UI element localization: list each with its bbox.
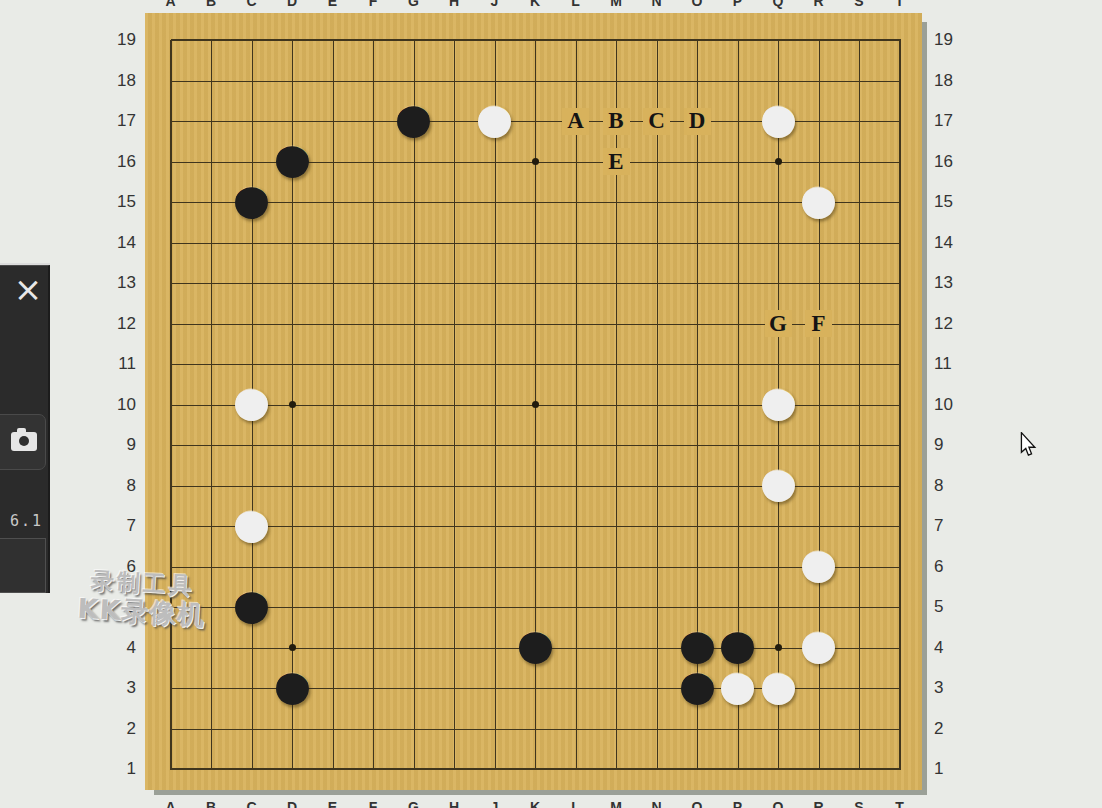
- coord-label-left: 11: [108, 354, 136, 374]
- white-stone-glyph: ●: [762, 388, 795, 420]
- white-stone-glyph: ●: [762, 105, 795, 137]
- coord-label-top: N: [646, 0, 668, 9]
- star-point: [775, 644, 782, 651]
- coord-label-top: M: [605, 0, 627, 9]
- coord-label-right: 14: [934, 233, 962, 253]
- coord-label-bottom: T: [889, 799, 911, 808]
- coord-label-top: K: [524, 0, 546, 9]
- coord-label-top: R: [808, 0, 830, 9]
- white-stone[interactable]: ●: [762, 105, 795, 138]
- grid-line: [171, 526, 901, 527]
- white-stone[interactable]: ●: [235, 510, 268, 543]
- black-stone-glyph: ●: [681, 672, 714, 704]
- coord-label-bottom: M: [605, 799, 627, 808]
- coord-label-bottom: D: [281, 799, 303, 808]
- coord-label-right: 15: [934, 192, 962, 212]
- white-stone[interactable]: ●: [802, 550, 835, 583]
- coord-label-left: 14: [108, 233, 136, 253]
- coord-label-right: 13: [934, 273, 962, 293]
- coord-label-top: F: [362, 0, 384, 9]
- black-stone[interactable]: ●: [397, 105, 430, 138]
- coord-label-top: Q: [767, 0, 789, 9]
- variation-label[interactable]: D: [684, 108, 711, 135]
- grid-line: [171, 445, 901, 446]
- white-stone-glyph: ●: [802, 550, 835, 582]
- coord-label-bottom: G: [403, 799, 425, 808]
- coord-label-top: P: [727, 0, 749, 9]
- coord-label-bottom: N: [646, 799, 668, 808]
- coord-label-bottom: Q: [767, 799, 789, 808]
- coord-label-right: 10: [934, 395, 962, 415]
- coord-label-left: 16: [108, 152, 136, 172]
- white-stone[interactable]: ●: [235, 388, 268, 421]
- coord-label-top: D: [281, 0, 303, 9]
- grid-line: [171, 729, 901, 730]
- coord-label-left: 1: [108, 759, 136, 779]
- coord-label-right: 16: [934, 152, 962, 172]
- black-stone[interactable]: ●: [235, 186, 268, 219]
- coord-label-left: 2: [108, 719, 136, 739]
- black-stone[interactable]: ●: [235, 591, 268, 624]
- grid-line: [899, 40, 901, 770]
- white-stone[interactable]: ●: [762, 469, 795, 502]
- white-stone[interactable]: ●: [478, 105, 511, 138]
- grid-line: [657, 40, 658, 770]
- coord-label-bottom: P: [727, 799, 749, 808]
- coord-label-top: E: [322, 0, 344, 9]
- screenshot-camera-button[interactable]: [0, 414, 46, 470]
- black-stone-glyph: ●: [276, 672, 309, 704]
- white-stone-glyph: ●: [235, 388, 268, 420]
- coord-label-left: 8: [108, 476, 136, 496]
- grid-line: [171, 768, 901, 770]
- coord-label-bottom: R: [808, 799, 830, 808]
- coord-label-top: T: [889, 0, 911, 9]
- coord-label-right: 4: [934, 638, 962, 658]
- coord-label-right: 3: [934, 678, 962, 698]
- camera-icon: [11, 432, 37, 451]
- coord-label-right: 2: [934, 719, 962, 739]
- white-stone-glyph: ●: [478, 105, 511, 137]
- white-stone[interactable]: ●: [762, 388, 795, 421]
- coord-label-top: H: [443, 0, 465, 9]
- grid-line: [859, 40, 860, 770]
- black-stone-glyph: ●: [235, 591, 268, 623]
- coord-label-left: 9: [108, 435, 136, 455]
- coord-label-top: A: [160, 0, 182, 9]
- coord-label-top: G: [403, 0, 425, 9]
- coord-label-right: 18: [934, 71, 962, 91]
- coord-label-left: 7: [108, 516, 136, 536]
- white-stone-glyph: ●: [762, 672, 795, 704]
- grid-line: [576, 40, 577, 770]
- coord-label-bottom: S: [848, 799, 870, 808]
- white-stone-glyph: ●: [802, 186, 835, 218]
- white-stone[interactable]: ●: [762, 672, 795, 705]
- panel-sub-button[interactable]: [0, 538, 46, 593]
- black-stone[interactable]: ●: [721, 631, 754, 664]
- black-stone-glyph: ●: [519, 631, 552, 663]
- coord-label-left: 3: [108, 678, 136, 698]
- coord-label-bottom: K: [524, 799, 546, 808]
- coord-label-top: L: [565, 0, 587, 9]
- coord-label-right: 11: [934, 354, 962, 374]
- coord-label-bottom: F: [362, 799, 384, 808]
- coord-label-top: S: [848, 0, 870, 9]
- variation-label[interactable]: E: [603, 148, 630, 175]
- coord-label-left: 13: [108, 273, 136, 293]
- mouse-cursor-icon: [1019, 432, 1037, 461]
- coord-label-bottom: C: [241, 799, 263, 808]
- black-stone-glyph: ●: [235, 186, 268, 218]
- star-point: [289, 401, 296, 408]
- variation-label[interactable]: C: [643, 108, 670, 135]
- white-stone-glyph: ●: [762, 469, 795, 501]
- white-stone[interactable]: ●: [802, 186, 835, 219]
- coord-label-right: 6: [934, 557, 962, 577]
- coord-label-bottom: E: [322, 799, 344, 808]
- black-stone-glyph: ●: [721, 631, 754, 663]
- black-stone-glyph: ●: [681, 631, 714, 663]
- coord-label-bottom: O: [686, 799, 708, 808]
- coord-label-bottom: J: [484, 799, 506, 808]
- grid-line: [171, 607, 901, 608]
- coord-label-bottom: L: [565, 799, 587, 808]
- star-point: [532, 401, 539, 408]
- black-stone-glyph: ●: [397, 105, 430, 137]
- black-stone[interactable]: ●: [681, 631, 714, 664]
- coord-label-left: 17: [108, 111, 136, 131]
- black-stone[interactable]: ●: [681, 672, 714, 705]
- coord-label-left: 6: [108, 557, 136, 577]
- star-point: [532, 158, 539, 165]
- coord-label-right: 12: [934, 314, 962, 334]
- coord-label-bottom: H: [443, 799, 465, 808]
- coord-label-right: 9: [934, 435, 962, 455]
- coord-label-bottom: A: [160, 799, 182, 808]
- coord-label-right: 7: [934, 516, 962, 536]
- coord-label-left: 10: [108, 395, 136, 415]
- white-stone-glyph: ●: [802, 631, 835, 663]
- grid-line: [171, 567, 901, 568]
- coord-label-right: 5: [934, 597, 962, 617]
- variation-label[interactable]: G: [765, 310, 792, 337]
- coord-label-left: 18: [108, 71, 136, 91]
- coord-label-top: B: [200, 0, 222, 9]
- coord-label-left: 12: [108, 314, 136, 334]
- coord-label-left: 19: [108, 30, 136, 50]
- coord-label-right: 19: [934, 30, 962, 50]
- coord-label-bottom: B: [200, 799, 222, 808]
- white-stone-glyph: ●: [721, 672, 754, 704]
- coord-label-left: 15: [108, 192, 136, 212]
- recorder-version-text: 6.1: [10, 512, 43, 530]
- coord-label-left: 5: [108, 597, 136, 617]
- white-stone[interactable]: ●: [802, 631, 835, 664]
- white-stone[interactable]: ●: [721, 672, 754, 705]
- coord-label-top: J: [484, 0, 506, 9]
- white-stone-glyph: ●: [235, 510, 268, 542]
- coord-label-top: C: [241, 0, 263, 9]
- variation-label[interactable]: F: [805, 310, 832, 337]
- star-point: [289, 644, 296, 651]
- coord-label-right: 17: [934, 111, 962, 131]
- coord-label-top: O: [686, 0, 708, 9]
- star-point: [775, 158, 782, 165]
- coord-label-right: 1: [934, 759, 962, 779]
- close-icon[interactable]: ×: [12, 274, 44, 306]
- black-stone-glyph: ●: [276, 145, 309, 177]
- black-stone[interactable]: ●: [276, 672, 309, 705]
- coord-label-right: 8: [934, 476, 962, 496]
- recorder-side-panel: × 6.1: [0, 265, 50, 593]
- variation-label[interactable]: A: [562, 108, 589, 135]
- coord-label-left: 4: [108, 638, 136, 658]
- black-stone[interactable]: ●: [519, 631, 552, 664]
- black-stone[interactable]: ●: [276, 145, 309, 178]
- variation-label[interactable]: B: [603, 108, 630, 135]
- screen: × 6.1 录制工具 KK录像机 AABBCCDDEEFFGGHHJJKKLLM…: [0, 0, 1102, 808]
